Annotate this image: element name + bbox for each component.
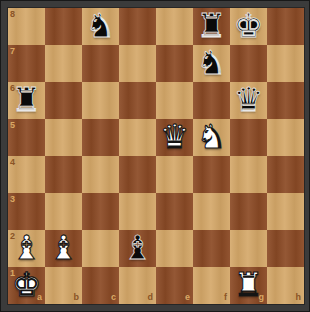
square-a5[interactable]: 5: [8, 119, 45, 156]
square-d3[interactable]: [119, 193, 156, 230]
file-label-d: d: [148, 293, 154, 302]
square-a6[interactable]: 6♜: [8, 82, 45, 119]
black-bishop[interactable]: ♝: [123, 229, 153, 266]
square-g6[interactable]: ♛: [230, 82, 267, 119]
white-bishop[interactable]: ♝: [12, 229, 42, 266]
square-h2[interactable]: [267, 230, 304, 267]
square-b6[interactable]: [45, 82, 82, 119]
square-b4[interactable]: [45, 156, 82, 193]
square-f7[interactable]: ♞: [193, 45, 230, 82]
square-g8[interactable]: ♚: [230, 8, 267, 45]
board-frame: 8♞♜♚7♞6♜♛5♛♞432♝♝♝1a♚bcdefg♜h: [0, 0, 310, 312]
square-d2[interactable]: ♝: [119, 230, 156, 267]
square-f1[interactable]: f: [193, 267, 230, 304]
square-e8[interactable]: [156, 8, 193, 45]
square-c1[interactable]: c: [82, 267, 119, 304]
square-f2[interactable]: [193, 230, 230, 267]
square-b5[interactable]: [45, 119, 82, 156]
square-a7[interactable]: 7: [8, 45, 45, 82]
square-f4[interactable]: [193, 156, 230, 193]
square-a1[interactable]: 1a♚: [8, 267, 45, 304]
square-f8[interactable]: ♜: [193, 8, 230, 45]
square-e1[interactable]: e: [156, 267, 193, 304]
square-d5[interactable]: [119, 119, 156, 156]
rank-label-3: 3: [10, 195, 15, 204]
square-e3[interactable]: [156, 193, 193, 230]
square-b8[interactable]: [45, 8, 82, 45]
rank-label-5: 5: [10, 121, 15, 130]
square-f6[interactable]: [193, 82, 230, 119]
square-a3[interactable]: 3: [8, 193, 45, 230]
file-label-f: f: [224, 293, 227, 302]
square-h5[interactable]: [267, 119, 304, 156]
black-knight[interactable]: ♞: [197, 44, 227, 81]
square-c7[interactable]: [82, 45, 119, 82]
rank-label-7: 7: [10, 47, 15, 56]
square-e5[interactable]: ♛: [156, 119, 193, 156]
rank-label-8: 8: [10, 10, 15, 19]
square-h1[interactable]: h: [267, 267, 304, 304]
square-g2[interactable]: [230, 230, 267, 267]
square-g4[interactable]: [230, 156, 267, 193]
square-d7[interactable]: [119, 45, 156, 82]
square-h7[interactable]: [267, 45, 304, 82]
file-label-h: h: [296, 293, 302, 302]
square-g3[interactable]: [230, 193, 267, 230]
square-d4[interactable]: [119, 156, 156, 193]
square-g7[interactable]: [230, 45, 267, 82]
square-c5[interactable]: [82, 119, 119, 156]
square-d1[interactable]: d: [119, 267, 156, 304]
file-label-c: c: [111, 293, 116, 302]
square-c8[interactable]: ♞: [82, 8, 119, 45]
square-h6[interactable]: [267, 82, 304, 119]
square-f5[interactable]: ♞: [193, 119, 230, 156]
square-b3[interactable]: [45, 193, 82, 230]
square-e7[interactable]: [156, 45, 193, 82]
square-e4[interactable]: [156, 156, 193, 193]
square-b1[interactable]: b: [45, 267, 82, 304]
file-label-b: b: [74, 293, 80, 302]
square-e2[interactable]: [156, 230, 193, 267]
square-f3[interactable]: [193, 193, 230, 230]
square-h8[interactable]: [267, 8, 304, 45]
square-b7[interactable]: [45, 45, 82, 82]
square-g1[interactable]: g♜: [230, 267, 267, 304]
white-rook[interactable]: ♜: [234, 266, 264, 303]
square-c2[interactable]: [82, 230, 119, 267]
white-king[interactable]: ♚: [12, 266, 42, 303]
black-king[interactable]: ♚: [234, 7, 264, 44]
black-rook[interactable]: ♜: [12, 81, 42, 118]
square-d8[interactable]: [119, 8, 156, 45]
square-h3[interactable]: [267, 193, 304, 230]
square-a4[interactable]: 4: [8, 156, 45, 193]
white-bishop[interactable]: ♝: [49, 229, 79, 266]
square-c6[interactable]: [82, 82, 119, 119]
chess-board: 8♞♜♚7♞6♜♛5♛♞432♝♝♝1a♚bcdefg♜h: [8, 8, 304, 304]
file-label-e: e: [185, 293, 190, 302]
square-h4[interactable]: [267, 156, 304, 193]
square-g5[interactable]: [230, 119, 267, 156]
square-b2[interactable]: ♝: [45, 230, 82, 267]
black-knight[interactable]: ♞: [86, 7, 116, 44]
square-c4[interactable]: [82, 156, 119, 193]
white-knight[interactable]: ♞: [197, 118, 227, 155]
black-rook[interactable]: ♜: [197, 7, 227, 44]
rank-label-4: 4: [10, 158, 15, 167]
square-a8[interactable]: 8: [8, 8, 45, 45]
square-e6[interactable]: [156, 82, 193, 119]
white-queen[interactable]: ♛: [160, 118, 190, 155]
square-d6[interactable]: [119, 82, 156, 119]
square-c3[interactable]: [82, 193, 119, 230]
square-a2[interactable]: 2♝: [8, 230, 45, 267]
black-queen[interactable]: ♛: [234, 81, 264, 118]
